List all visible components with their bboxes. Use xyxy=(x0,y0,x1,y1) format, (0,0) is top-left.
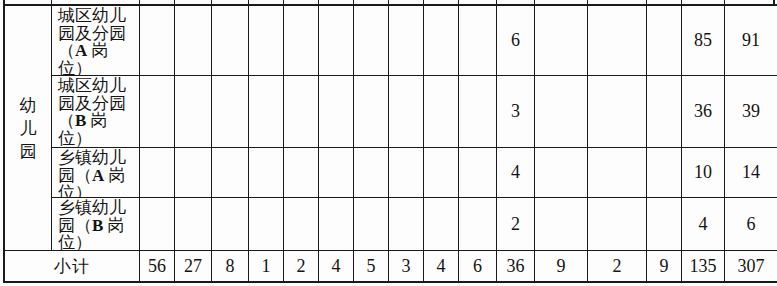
subtotal-value-cell-c15: 135 xyxy=(682,251,725,281)
subtotal-value-cell-c7: 5 xyxy=(354,251,389,281)
value-cell-r2-c16: 39 xyxy=(725,76,777,148)
value-cell-r3-c16: 14 xyxy=(725,148,777,198)
value-cell-r4-c15: 4 xyxy=(682,198,725,251)
row-label-urban-b: 城区幼儿 园及分园 （B 岗 位） xyxy=(52,76,140,148)
value-cell-r2-c1 xyxy=(140,76,175,148)
value-cell-r1-c12 xyxy=(535,6,588,76)
value-cell-r3-c7 xyxy=(354,148,389,198)
subtotal-value-cell-c8: 3 xyxy=(389,251,424,281)
value-cell-r3-c2 xyxy=(175,148,212,198)
value-cell-r1-c5 xyxy=(284,6,319,76)
subtotal-label-cell: 小计 xyxy=(5,251,140,281)
value-cell-r1-c2 xyxy=(175,6,212,76)
value-cell-r3-c14 xyxy=(647,148,682,198)
subtotal-value-cell-c1: 56 xyxy=(140,251,175,281)
value-cell-r4-c12 xyxy=(535,198,588,251)
subtotal-value-cell-c12: 9 xyxy=(535,251,588,281)
value-cell-r2-c9 xyxy=(424,76,459,148)
subtotal-value-cell-c4: 1 xyxy=(249,251,284,281)
value-cell-r2-c7 xyxy=(354,76,389,148)
value-cell-r3-c3 xyxy=(212,148,249,198)
document-page: 幼儿园 城区幼儿 园及分园 （A 岗 位） 城区幼儿 园及分园 （B 岗 位） … xyxy=(0,0,777,286)
value-cell-r1-c16: 91 xyxy=(725,6,777,76)
value-cell-r1-c9 xyxy=(424,6,459,76)
value-cell-r1-c10 xyxy=(459,6,497,76)
subtotal-value-cell-c14: 9 xyxy=(647,251,682,281)
value-cell-r2-c6 xyxy=(319,76,354,148)
value-cell-r3-c10 xyxy=(459,148,497,198)
value-cell-r4-c9 xyxy=(424,198,459,251)
subtotal-value-cell-c16: 307 xyxy=(725,251,777,281)
value-cell-r3-c6 xyxy=(319,148,354,198)
value-cell-r2-c14 xyxy=(647,76,682,148)
subtotal-value-cell-c11: 36 xyxy=(497,251,535,281)
value-cell-r1-c8 xyxy=(389,6,424,76)
value-cell-r4-c4 xyxy=(249,198,284,251)
value-cell-r3-c13 xyxy=(588,148,647,198)
value-cell-r4-c2 xyxy=(175,198,212,251)
value-cell-r4-c8 xyxy=(389,198,424,251)
value-cell-r3-c15: 10 xyxy=(682,148,725,198)
subtotal-value-cell-c9: 4 xyxy=(424,251,459,281)
value-cell-r3-c5 xyxy=(284,148,319,198)
recruitment-quota-table: 幼儿园 城区幼儿 园及分园 （A 岗 位） 城区幼儿 园及分园 （B 岗 位） … xyxy=(3,4,777,283)
value-cell-r1-c15: 85 xyxy=(682,6,725,76)
value-cell-r4-c16: 6 xyxy=(725,198,777,251)
value-cell-r1-c6 xyxy=(319,6,354,76)
value-cell-r2-c10 xyxy=(459,76,497,148)
value-cell-r2-c11: 3 xyxy=(497,76,535,148)
value-cell-r1-c1 xyxy=(140,6,175,76)
value-cell-r1-c4 xyxy=(249,6,284,76)
value-cell-r4-c6 xyxy=(319,198,354,251)
value-cell-r2-c12 xyxy=(535,76,588,148)
value-cell-r2-c3 xyxy=(212,76,249,148)
value-cell-r2-c2 xyxy=(175,76,212,148)
value-cell-r4-c14 xyxy=(647,198,682,251)
value-cell-r3-c8 xyxy=(389,148,424,198)
value-cell-r2-c15: 36 xyxy=(682,76,725,148)
value-cell-r4-c7 xyxy=(354,198,389,251)
value-cell-r4-c13 xyxy=(588,198,647,251)
subtotal-value-cell-c2: 27 xyxy=(175,251,212,281)
row-label-letter: A xyxy=(75,41,87,60)
value-cell-r2-c13 xyxy=(588,76,647,148)
row-label-township-b: 乡镇幼儿 园（B 岗 位） xyxy=(52,198,140,251)
value-cell-r3-c12 xyxy=(535,148,588,198)
subtotal-value-cell-c5: 2 xyxy=(284,251,319,281)
subtotal-value-cell-c3: 8 xyxy=(212,251,249,281)
row-label-letter: B xyxy=(92,216,103,235)
value-cell-r3-c11: 4 xyxy=(497,148,535,198)
value-cell-r2-c4 xyxy=(249,76,284,148)
row-group-cell-kindergarten: 幼儿园 xyxy=(5,6,52,251)
subtotal-value-cell-c6: 4 xyxy=(319,251,354,281)
value-cell-r4-c3 xyxy=(212,198,249,251)
value-cell-r4-c11: 2 xyxy=(497,198,535,251)
value-cell-r1-c13 xyxy=(588,6,647,76)
value-cell-r1-c11: 6 xyxy=(497,6,535,76)
subtotal-value-cell-c10: 6 xyxy=(459,251,497,281)
row-label-township-a: 乡镇幼儿 园（A 岗 位） xyxy=(52,148,140,198)
value-cell-r3-c1 xyxy=(140,148,175,198)
row-group-label: 幼儿园 xyxy=(19,94,37,163)
value-cell-r1-c14 xyxy=(647,6,682,76)
row-label-letter: A xyxy=(92,166,104,185)
value-cell-r3-c9 xyxy=(424,148,459,198)
value-cell-r2-c5 xyxy=(284,76,319,148)
value-cell-r4-c10 xyxy=(459,198,497,251)
value-cell-r2-c8 xyxy=(389,76,424,148)
value-cell-r1-c7 xyxy=(354,6,389,76)
value-cell-r3-c4 xyxy=(249,148,284,198)
row-label-urban-a: 城区幼儿 园及分园 （A 岗 位） xyxy=(52,6,140,76)
subtotal-value-cell-c13: 2 xyxy=(588,251,647,281)
row-label-letter: B xyxy=(75,111,86,130)
value-cell-r4-c1 xyxy=(140,198,175,251)
value-cell-r4-c5 xyxy=(284,198,319,251)
value-cell-r1-c3 xyxy=(212,6,249,76)
